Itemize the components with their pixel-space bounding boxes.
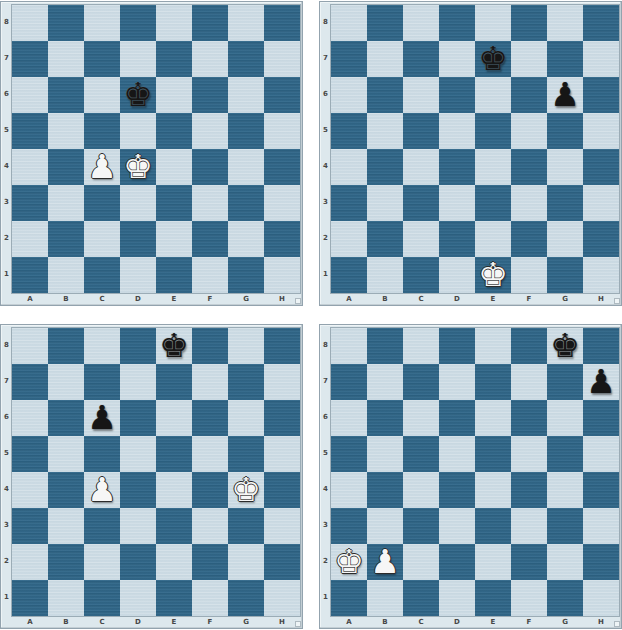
square-d7[interactable] (439, 364, 475, 400)
square-f1[interactable] (192, 580, 228, 616)
square-b3[interactable] (367, 185, 403, 221)
square-f5[interactable] (511, 436, 547, 472)
square-b4[interactable] (48, 149, 84, 185)
square-d1[interactable] (120, 580, 156, 616)
rank-label-1: 1 (321, 579, 330, 615)
file-label-f: F (192, 616, 228, 628)
square-d8[interactable] (439, 328, 475, 364)
square-b5[interactable] (367, 113, 403, 149)
square-e2[interactable] (475, 544, 511, 580)
square-d1[interactable] (120, 257, 156, 293)
square-e5[interactable] (156, 113, 192, 149)
square-e6[interactable] (475, 77, 511, 113)
white-king-piece[interactable]: ♚ (475, 257, 511, 293)
square-f7[interactable] (192, 41, 228, 77)
square-e4[interactable] (475, 149, 511, 185)
square-c7[interactable] (403, 41, 439, 77)
square-g1[interactable] (228, 257, 264, 293)
square-b2[interactable]: ♟ (367, 544, 403, 580)
square-g5[interactable] (547, 436, 583, 472)
square-f8[interactable] (192, 5, 228, 41)
square-c4[interactable] (403, 149, 439, 185)
square-b8[interactable] (48, 5, 84, 41)
square-c4[interactable]: ♟ (84, 472, 120, 508)
rank-label-6: 6 (2, 399, 11, 435)
square-f4[interactable] (192, 149, 228, 185)
square-h8[interactable] (264, 328, 300, 364)
square-c2[interactable] (84, 544, 120, 580)
square-f5[interactable] (192, 113, 228, 149)
square-d5[interactable] (439, 113, 475, 149)
square-d5[interactable] (120, 436, 156, 472)
file-label-a: A (12, 616, 48, 628)
rank-label-5: 5 (321, 112, 330, 148)
white-pawn-piece[interactable]: ♟ (84, 472, 120, 508)
square-h3[interactable] (583, 508, 619, 544)
square-a4[interactable] (331, 472, 367, 508)
square-b6[interactable] (48, 400, 84, 436)
square-e8[interactable] (475, 328, 511, 364)
square-f7[interactable] (511, 364, 547, 400)
square-g2[interactable] (547, 221, 583, 257)
square-d1[interactable] (439, 257, 475, 293)
square-f3[interactable] (511, 185, 547, 221)
white-king-piece[interactable]: ♚ (120, 149, 156, 185)
rank-label-2: 2 (321, 543, 330, 579)
square-g4[interactable] (228, 149, 264, 185)
black-king-piece[interactable]: ♚ (547, 328, 583, 364)
square-h3[interactable] (583, 185, 619, 221)
rank-label-6: 6 (2, 76, 11, 112)
square-a2[interactable] (12, 221, 48, 257)
square-g2[interactable] (547, 544, 583, 580)
square-a1[interactable] (12, 580, 48, 616)
square-h3[interactable] (264, 508, 300, 544)
square-a6[interactable] (12, 77, 48, 113)
square-a5[interactable] (331, 436, 367, 472)
square-b7[interactable] (367, 41, 403, 77)
square-d4[interactable]: ♚ (120, 149, 156, 185)
square-c8[interactable] (84, 328, 120, 364)
square-b1[interactable] (367, 580, 403, 616)
file-label-g: G (228, 293, 264, 305)
square-g7[interactable] (228, 364, 264, 400)
square-c8[interactable] (84, 5, 120, 41)
square-e8[interactable] (475, 5, 511, 41)
square-a4[interactable] (331, 149, 367, 185)
square-c7[interactable] (84, 364, 120, 400)
square-c3[interactable] (84, 508, 120, 544)
square-c4[interactable]: ♟ (84, 149, 120, 185)
square-e6[interactable] (156, 77, 192, 113)
square-f2[interactable] (511, 221, 547, 257)
square-e1[interactable] (475, 580, 511, 616)
square-h4[interactable] (264, 149, 300, 185)
square-d1[interactable] (439, 580, 475, 616)
square-d4[interactable] (439, 149, 475, 185)
square-h6[interactable] (583, 77, 619, 113)
square-a4[interactable] (12, 472, 48, 508)
square-e4[interactable] (156, 149, 192, 185)
square-e3[interactable] (475, 185, 511, 221)
black-king-piece[interactable]: ♚ (120, 77, 156, 113)
square-e6[interactable] (156, 400, 192, 436)
file-label-d: D (439, 616, 475, 628)
square-f2[interactable] (192, 221, 228, 257)
square-c2[interactable] (84, 221, 120, 257)
square-g1[interactable] (547, 257, 583, 293)
square-g8[interactable] (228, 328, 264, 364)
corner-grip (295, 298, 301, 304)
square-b3[interactable] (48, 185, 84, 221)
square-e7[interactable] (475, 364, 511, 400)
square-d8[interactable] (439, 5, 475, 41)
square-f8[interactable] (192, 328, 228, 364)
square-h1[interactable] (583, 580, 619, 616)
square-g7[interactable] (547, 364, 583, 400)
square-h2[interactable] (264, 544, 300, 580)
square-f7[interactable] (511, 41, 547, 77)
square-b7[interactable] (48, 41, 84, 77)
square-h7[interactable] (583, 41, 619, 77)
square-b7[interactable] (367, 364, 403, 400)
square-b1[interactable] (48, 580, 84, 616)
square-a6[interactable] (12, 400, 48, 436)
square-h2[interactable] (583, 544, 619, 580)
square-b3[interactable] (367, 508, 403, 544)
square-e7[interactable] (156, 41, 192, 77)
square-h6[interactable] (583, 400, 619, 436)
square-b3[interactable] (48, 508, 84, 544)
square-d4[interactable] (439, 472, 475, 508)
square-h1[interactable] (583, 257, 619, 293)
square-g4[interactable] (547, 149, 583, 185)
square-c6[interactable] (403, 400, 439, 436)
square-a1[interactable] (12, 257, 48, 293)
square-d4[interactable] (120, 472, 156, 508)
square-f1[interactable] (192, 257, 228, 293)
square-d7[interactable] (439, 41, 475, 77)
square-c8[interactable] (403, 328, 439, 364)
square-g6[interactable]: ♟ (547, 77, 583, 113)
square-f6[interactable] (192, 77, 228, 113)
square-h5[interactable] (583, 436, 619, 472)
square-d2[interactable] (120, 544, 156, 580)
square-b6[interactable] (367, 400, 403, 436)
square-g3[interactable] (228, 508, 264, 544)
square-c7[interactable] (403, 364, 439, 400)
square-h3[interactable] (264, 185, 300, 221)
square-a1[interactable] (331, 580, 367, 616)
square-h8[interactable] (583, 328, 619, 364)
square-b8[interactable] (367, 328, 403, 364)
square-g3[interactable] (547, 185, 583, 221)
square-h4[interactable] (583, 472, 619, 508)
square-f3[interactable] (192, 185, 228, 221)
square-a5[interactable] (12, 113, 48, 149)
square-a3[interactable] (12, 185, 48, 221)
square-a2[interactable]: ♚ (331, 544, 367, 580)
square-a6[interactable] (331, 400, 367, 436)
square-b1[interactable] (367, 257, 403, 293)
square-f8[interactable] (511, 328, 547, 364)
square-a3[interactable] (331, 508, 367, 544)
square-b1[interactable] (48, 257, 84, 293)
square-c8[interactable] (403, 5, 439, 41)
square-c5[interactable] (403, 436, 439, 472)
square-b6[interactable] (48, 77, 84, 113)
square-a6[interactable] (331, 77, 367, 113)
square-e1[interactable] (156, 580, 192, 616)
file-label-b: B (48, 616, 84, 628)
square-e5[interactable] (475, 113, 511, 149)
square-d7[interactable] (120, 41, 156, 77)
square-g8[interactable]: ♚ (547, 328, 583, 364)
black-pawn-piece[interactable]: ♟ (547, 77, 583, 113)
board-panel-top-left: ♚♟♚87654321ABCDEFGH (0, 1, 303, 306)
rank-label-5: 5 (2, 435, 11, 471)
square-e5[interactable] (475, 436, 511, 472)
square-a8[interactable] (331, 5, 367, 41)
rank-label-8: 8 (321, 327, 330, 363)
square-a7[interactable] (12, 41, 48, 77)
white-king-piece[interactable]: ♚ (228, 472, 264, 508)
square-e2[interactable] (475, 221, 511, 257)
square-c3[interactable] (403, 185, 439, 221)
square-e2[interactable] (156, 221, 192, 257)
square-f4[interactable] (511, 472, 547, 508)
square-f3[interactable] (511, 508, 547, 544)
square-g5[interactable] (228, 113, 264, 149)
square-h4[interactable] (583, 149, 619, 185)
rank-label-4: 4 (321, 148, 330, 184)
square-f6[interactable] (511, 77, 547, 113)
square-g3[interactable] (228, 185, 264, 221)
rank-label-3: 3 (321, 507, 330, 543)
square-a8[interactable] (12, 5, 48, 41)
black-pawn-piece[interactable]: ♟ (583, 364, 619, 400)
square-e3[interactable] (156, 185, 192, 221)
white-pawn-piece[interactable]: ♟ (367, 544, 403, 580)
square-c5[interactable] (84, 113, 120, 149)
square-f1[interactable] (511, 257, 547, 293)
square-b4[interactable] (367, 472, 403, 508)
square-a7[interactable] (331, 41, 367, 77)
black-king-piece[interactable]: ♚ (475, 41, 511, 77)
square-e5[interactable] (156, 436, 192, 472)
square-f7[interactable] (192, 364, 228, 400)
rank-label-5: 5 (321, 435, 330, 471)
square-g7[interactable] (547, 41, 583, 77)
square-h6[interactable] (264, 400, 300, 436)
square-e8[interactable] (156, 5, 192, 41)
square-d5[interactable] (439, 436, 475, 472)
square-d5[interactable] (120, 113, 156, 149)
square-e8[interactable]: ♚ (156, 328, 192, 364)
square-c3[interactable] (403, 508, 439, 544)
square-h5[interactable] (264, 436, 300, 472)
board-panel-bottom-right: ♚♟♚♟87654321ABCDEFGH (319, 324, 622, 629)
black-pawn-piece[interactable]: ♟ (84, 400, 120, 436)
square-h2[interactable] (264, 221, 300, 257)
square-g1[interactable] (228, 580, 264, 616)
square-a8[interactable] (331, 328, 367, 364)
square-g1[interactable] (547, 580, 583, 616)
file-label-g: G (547, 293, 583, 305)
square-b4[interactable] (367, 149, 403, 185)
square-f6[interactable] (511, 400, 547, 436)
square-g3[interactable] (547, 508, 583, 544)
file-label-d: D (120, 293, 156, 305)
square-e3[interactable] (475, 508, 511, 544)
square-g5[interactable] (547, 113, 583, 149)
black-king-piece[interactable]: ♚ (156, 328, 192, 364)
square-g4[interactable]: ♚ (228, 472, 264, 508)
square-f4[interactable] (511, 149, 547, 185)
rank-label-3: 3 (2, 184, 11, 220)
square-b8[interactable] (48, 328, 84, 364)
square-f3[interactable] (192, 508, 228, 544)
square-f4[interactable] (192, 472, 228, 508)
square-d6[interactable] (120, 400, 156, 436)
square-e4[interactable] (475, 472, 511, 508)
square-d6[interactable]: ♚ (120, 77, 156, 113)
square-d2[interactable] (439, 544, 475, 580)
square-d3[interactable] (439, 508, 475, 544)
square-h8[interactable] (583, 5, 619, 41)
square-a7[interactable] (12, 364, 48, 400)
square-g6[interactable] (228, 77, 264, 113)
square-h5[interactable] (264, 113, 300, 149)
square-b6[interactable] (367, 77, 403, 113)
square-h1[interactable] (264, 580, 300, 616)
square-f2[interactable] (511, 544, 547, 580)
rank-label-1: 1 (2, 256, 11, 292)
square-c5[interactable] (403, 113, 439, 149)
square-h7[interactable]: ♟ (583, 364, 619, 400)
square-h4[interactable] (264, 472, 300, 508)
square-h8[interactable] (264, 5, 300, 41)
square-e6[interactable] (475, 400, 511, 436)
rank-label-8: 8 (321, 4, 330, 40)
square-d8[interactable] (120, 5, 156, 41)
square-a4[interactable] (12, 149, 48, 185)
square-b8[interactable] (367, 5, 403, 41)
square-d3[interactable] (439, 185, 475, 221)
square-b5[interactable] (367, 436, 403, 472)
square-e1[interactable]: ♚ (475, 257, 511, 293)
square-d6[interactable] (439, 77, 475, 113)
square-h2[interactable] (583, 221, 619, 257)
square-f5[interactable] (511, 113, 547, 149)
square-b4[interactable] (48, 472, 84, 508)
square-a5[interactable] (331, 113, 367, 149)
square-h7[interactable] (264, 364, 300, 400)
square-g7[interactable] (228, 41, 264, 77)
white-pawn-piece[interactable]: ♟ (84, 149, 120, 185)
square-f5[interactable] (192, 436, 228, 472)
square-a7[interactable] (331, 364, 367, 400)
square-h7[interactable] (264, 41, 300, 77)
square-c1[interactable] (403, 257, 439, 293)
square-h5[interactable] (583, 113, 619, 149)
square-e7[interactable] (156, 364, 192, 400)
square-d6[interactable] (439, 400, 475, 436)
square-g8[interactable] (547, 5, 583, 41)
square-c1[interactable] (84, 580, 120, 616)
square-g6[interactable] (547, 400, 583, 436)
square-c1[interactable] (403, 580, 439, 616)
square-b2[interactable] (48, 221, 84, 257)
white-king-piece[interactable]: ♚ (331, 544, 367, 580)
square-c3[interactable] (84, 185, 120, 221)
file-label-f: F (511, 616, 547, 628)
square-c6[interactable] (84, 77, 120, 113)
square-f1[interactable] (511, 580, 547, 616)
square-e1[interactable] (156, 257, 192, 293)
square-f8[interactable] (511, 5, 547, 41)
square-d7[interactable] (120, 364, 156, 400)
square-d3[interactable] (120, 508, 156, 544)
square-e4[interactable] (156, 472, 192, 508)
square-b5[interactable] (48, 113, 84, 149)
square-a5[interactable] (12, 436, 48, 472)
rank-label-1: 1 (2, 579, 11, 615)
square-g6[interactable] (228, 400, 264, 436)
square-g8[interactable] (228, 5, 264, 41)
square-b5[interactable] (48, 436, 84, 472)
square-f6[interactable] (192, 400, 228, 436)
square-a8[interactable] (12, 328, 48, 364)
square-b7[interactable] (48, 364, 84, 400)
square-e7[interactable]: ♚ (475, 41, 511, 77)
file-label-a: A (331, 616, 367, 628)
square-d8[interactable] (120, 328, 156, 364)
file-label-c: C (84, 293, 120, 305)
square-d2[interactable] (120, 221, 156, 257)
square-c5[interactable] (84, 436, 120, 472)
square-a2[interactable] (12, 544, 48, 580)
square-a2[interactable] (331, 221, 367, 257)
square-e3[interactable] (156, 508, 192, 544)
square-d3[interactable] (120, 185, 156, 221)
rank-label-4: 4 (321, 471, 330, 507)
square-h1[interactable] (264, 257, 300, 293)
square-c2[interactable] (403, 544, 439, 580)
square-g2[interactable] (228, 221, 264, 257)
square-c6[interactable] (403, 77, 439, 113)
square-b2[interactable] (48, 544, 84, 580)
square-a1[interactable] (331, 257, 367, 293)
square-g2[interactable] (228, 544, 264, 580)
square-a3[interactable] (12, 508, 48, 544)
square-f2[interactable] (192, 544, 228, 580)
square-c4[interactable] (403, 472, 439, 508)
file-label-g: G (547, 616, 583, 628)
square-g5[interactable] (228, 436, 264, 472)
square-h6[interactable] (264, 77, 300, 113)
square-e2[interactable] (156, 544, 192, 580)
square-b2[interactable] (367, 221, 403, 257)
square-d2[interactable] (439, 221, 475, 257)
square-c6[interactable]: ♟ (84, 400, 120, 436)
square-c7[interactable] (84, 41, 120, 77)
square-a3[interactable] (331, 185, 367, 221)
file-label-e: E (156, 293, 192, 305)
square-c2[interactable] (403, 221, 439, 257)
square-g4[interactable] (547, 472, 583, 508)
square-c1[interactable] (84, 257, 120, 293)
